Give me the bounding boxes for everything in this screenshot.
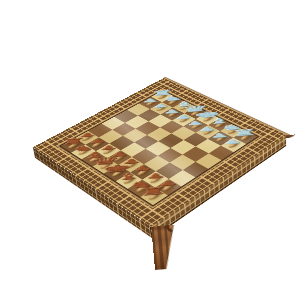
- square[interactable]: [140, 188, 167, 206]
- square[interactable]: [170, 140, 195, 155]
- volute-icon: [125, 226, 136, 237]
- volute-icon: [166, 221, 177, 232]
- board-foot-column-capital: [125, 214, 181, 272]
- square[interactable]: [154, 179, 181, 196]
- square[interactable]: [115, 172, 141, 188]
- square[interactable]: [142, 171, 169, 187]
- square[interactable]: [92, 158, 118, 173]
- square[interactable]: [168, 170, 195, 186]
- square[interactable]: [104, 165, 130, 181]
- corner-cap-anchor: [286, 128, 300, 142]
- square[interactable]: [144, 156, 170, 171]
- square[interactable]: [182, 147, 208, 162]
- square[interactable]: [130, 164, 156, 180]
- square[interactable]: [157, 148, 182, 163]
- square[interactable]: [195, 153, 221, 168]
- chess-set-photo: ♜♞♝♛♚♝♞♜♟♟♟♟♟♟♟♟♟♟♟♟♟♟♟♟♜♞♝♛♚♝♞♜: [0, 0, 300, 300]
- square[interactable]: [182, 162, 208, 178]
- square[interactable]: [208, 145, 234, 160]
- square[interactable]: [156, 163, 182, 179]
- chess-board: ♜♞♝♛♚♝♞♜♟♟♟♟♟♟♟♟♟♟♟♟♟♟♟♟♜♞♝♛♚♝♞♜: [33, 78, 286, 227]
- square[interactable]: [169, 155, 195, 170]
- square[interactable]: [145, 141, 170, 156]
- square[interactable]: [128, 180, 155, 197]
- square[interactable]: [118, 157, 144, 172]
